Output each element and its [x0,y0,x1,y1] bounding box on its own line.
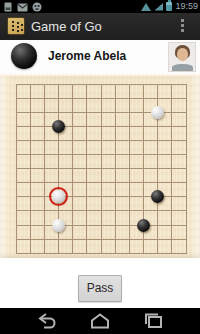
overflow-menu-icon[interactable] [175,19,191,35]
action-bar: Game of Go [0,13,200,40]
clock: 19:59 [175,0,198,13]
recents-icon[interactable] [139,312,167,330]
go-board-app-icon [7,17,25,35]
wifi-icon [141,3,151,11]
signal-icon [154,3,163,11]
notification-area [3,2,42,12]
go-board[interactable] [0,76,200,258]
black-stone-icon [11,43,37,69]
pass-button[interactable]: Pass [78,275,122,302]
last-move-marker [49,187,68,206]
black-stone [137,219,150,232]
white-stone [52,219,65,232]
black-stone [151,190,164,203]
player-name: Jerome Abela [48,40,126,73]
home-icon[interactable] [86,312,114,330]
board-gridline-vertical [115,84,116,254]
email-notification-icon [17,3,28,12]
black-stone [52,120,65,133]
board-gridline-vertical [171,84,172,254]
board-gridline-vertical [186,84,187,254]
white-stone [151,106,164,119]
app-notification-icon [32,2,42,12]
board-gridline-horizontal [16,210,187,211]
board-gridline-horizontal [16,239,187,240]
board-gridline-horizontal [16,225,187,226]
avatar-face [177,48,188,61]
storage-notification-icon [3,2,13,12]
board-gridline-vertical [129,84,130,254]
board-gridline-horizontal [16,253,187,254]
board-gridline-horizontal [16,168,187,169]
status-bar: 19:59 [0,0,200,13]
system-status-area: 19:59 [141,0,198,13]
board-gridline-horizontal [16,182,187,183]
navigation-bar [0,308,200,334]
back-icon[interactable] [33,312,61,330]
avatar-shirt [172,64,193,71]
player-avatar [168,42,196,72]
battery-icon [166,2,172,11]
app-title: Game of Go [31,13,102,40]
player-bar: Jerome Abela [0,40,200,73]
